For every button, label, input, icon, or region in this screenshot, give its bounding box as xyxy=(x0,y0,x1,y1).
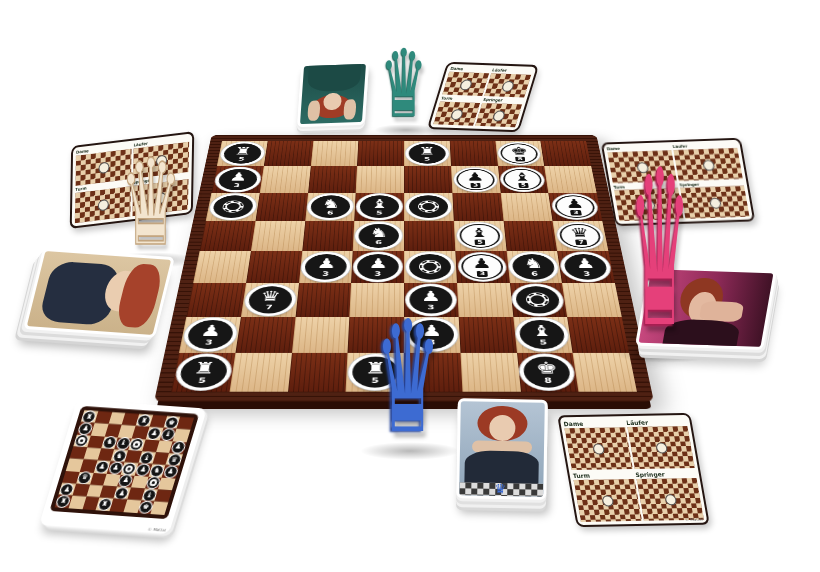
board-square[interactable]: ♚8 xyxy=(495,141,544,166)
board-square[interactable]: ♞6 xyxy=(353,221,404,251)
wheel-icon xyxy=(77,437,86,444)
queen-token[interactable]: ♛7 xyxy=(558,224,603,248)
token-value: 7 xyxy=(265,304,273,310)
piece-glyph: ♜ xyxy=(100,501,108,508)
board-square[interactable]: ♟3 xyxy=(455,251,509,283)
piece-glyph: ♟ xyxy=(98,463,106,470)
board-square[interactable] xyxy=(288,353,348,392)
queen-token: ♛ xyxy=(167,454,181,466)
rook-token[interactable]: ♜5 xyxy=(409,143,446,163)
piece-glyph: ♟ xyxy=(122,477,130,484)
piece-glyph: ♜ xyxy=(140,417,148,424)
piece-glyph: ♟ xyxy=(112,464,120,471)
character-card-deck-bottom[interactable]: ♛ xyxy=(456,398,548,500)
token-value: 3 xyxy=(583,271,591,277)
piece-glyph: ♞ xyxy=(321,198,340,210)
board-square xyxy=(154,490,171,503)
token-value: 8 xyxy=(544,377,552,384)
token-value: 6 xyxy=(327,210,334,215)
piece-glyph: ♝ xyxy=(119,440,127,447)
board-square[interactable] xyxy=(235,317,295,353)
board-square[interactable]: ♟3 xyxy=(451,166,500,193)
token-value: 3 xyxy=(477,271,488,277)
bishop-token[interactable]: ♝5 xyxy=(503,169,544,190)
board-square[interactable] xyxy=(562,283,622,317)
board-square[interactable] xyxy=(460,353,520,392)
token-value: 3 xyxy=(322,271,329,277)
board-square[interactable] xyxy=(264,141,313,166)
piece-glyph: ♞ xyxy=(105,439,113,446)
board-square xyxy=(177,417,194,430)
piece-glyph: ♜ xyxy=(418,146,436,157)
piece-glyph: ♜ xyxy=(85,413,93,420)
pawn-token[interactable]: ♟3 xyxy=(554,196,597,219)
board-square[interactable] xyxy=(458,317,516,353)
token-value: 8 xyxy=(515,157,525,162)
knight-token[interactable]: ♞6 xyxy=(512,254,557,279)
knight-move-diagram xyxy=(636,478,704,521)
board-square[interactable] xyxy=(457,283,513,317)
token-value: 5 xyxy=(376,210,383,215)
board-square[interactable] xyxy=(452,193,503,221)
piece-glyph: ♟ xyxy=(368,257,388,270)
piece-glyph: ♝ xyxy=(469,226,489,239)
piece-glyph: ♟ xyxy=(118,490,126,497)
copyright-text: © Mattel xyxy=(147,527,166,533)
board-square[interactable]: ♝5 xyxy=(454,221,507,251)
piece-glyph: ♛ xyxy=(259,289,281,303)
pawn-token[interactable]: ♟3 xyxy=(357,254,399,279)
pawn-token[interactable]: ♟3 xyxy=(217,169,259,190)
board-square[interactable]: ♟3 xyxy=(351,251,404,283)
wheel-icon xyxy=(526,292,551,306)
board-square[interactable] xyxy=(509,283,567,317)
king-token[interactable]: ♚8 xyxy=(500,143,539,163)
rook-move-diagram xyxy=(574,479,642,522)
piece-glyph: ♚ xyxy=(167,419,175,426)
piece-glyph: ♟ xyxy=(81,425,89,432)
pawn-token[interactable]: ♟3 xyxy=(304,254,347,279)
token-value: 3 xyxy=(374,271,381,277)
bishop-token[interactable]: ♝5 xyxy=(459,224,501,248)
board-square[interactable]: ♛7 xyxy=(241,283,299,317)
piece-glyph: ♟ xyxy=(174,444,182,451)
board-square[interactable]: ♚8 xyxy=(517,353,579,392)
board-square[interactable] xyxy=(541,141,592,166)
board-square[interactable] xyxy=(291,317,349,353)
piece-glyph: ♞ xyxy=(115,452,123,459)
board-square[interactable]: ♜5 xyxy=(217,141,268,166)
token-value: 7 xyxy=(576,240,588,246)
board-square[interactable] xyxy=(500,193,552,221)
board-square[interactable] xyxy=(302,221,355,251)
pawn-token: ♟ xyxy=(163,466,177,478)
token-value: 5 xyxy=(539,339,547,346)
board-square[interactable] xyxy=(310,141,358,166)
pawn-token[interactable]: ♟3 xyxy=(456,169,496,190)
queens-gambit-game-scene: ♜5♜5♚8♟3♟3♝5♞6♝5♟3♞6♝5♛7♟3♟3♟3♞6♟3♛7♟3♟3… xyxy=(0,0,820,572)
bishop-move-diagram xyxy=(484,73,531,97)
piece-glyph: ♟ xyxy=(466,171,485,182)
piece-glyph: ♜ xyxy=(59,498,67,505)
queen-move-diagram xyxy=(564,427,632,470)
queen-token[interactable]: ♛7 xyxy=(247,286,293,313)
board-square xyxy=(158,477,175,490)
piece-glyph: ♝ xyxy=(370,198,389,210)
pawn-token[interactable]: ♟3 xyxy=(563,254,609,279)
board-square[interactable] xyxy=(404,221,455,251)
cream-queen-piece[interactable]: ♛ xyxy=(91,144,211,263)
piece-glyph: ♚ xyxy=(510,146,529,157)
token-value: 5 xyxy=(198,377,207,384)
piece-glyph: ♟ xyxy=(150,430,158,437)
king-token[interactable]: ♚8 xyxy=(523,357,573,388)
movement-reference-card-bottom-right[interactable]: Dame Läufer Turm Springer © Mattel xyxy=(557,413,710,527)
piece-glyph: ♝ xyxy=(143,454,151,461)
board-square[interactable]: ♝5 xyxy=(513,317,573,353)
knight-token[interactable]: ♞6 xyxy=(358,224,399,248)
board-square[interactable] xyxy=(229,353,291,392)
board-square[interactable] xyxy=(260,166,311,193)
piece-glyph: ♟ xyxy=(574,257,596,270)
board-square[interactable] xyxy=(251,221,305,251)
token-value: 5 xyxy=(238,157,245,162)
board-square[interactable] xyxy=(255,193,307,221)
board-square[interactable] xyxy=(404,251,457,283)
pink-queen-piece[interactable]: ♛ xyxy=(626,142,694,358)
token-value: 6 xyxy=(375,240,382,246)
setup-card-board-frame: ♜♜♚♟♟♝♞♝♟♞♝♛♟♟♟♞♟♛♟♟♟♝♜♜♚ xyxy=(50,406,200,519)
piece-glyph: ♝ xyxy=(513,171,532,182)
board-square xyxy=(151,502,168,515)
board-square[interactable]: ♝5 xyxy=(354,193,404,221)
knight-token[interactable]: ♞6 xyxy=(310,196,351,219)
bishop-token[interactable]: ♝5 xyxy=(519,320,567,349)
token-value: 3 xyxy=(205,339,213,346)
copyright-text: © Mattel xyxy=(685,517,704,522)
board-square[interactable] xyxy=(567,317,629,353)
knight-move-diagram xyxy=(475,103,522,127)
piece-glyph: ♞ xyxy=(369,226,388,239)
board-square[interactable] xyxy=(404,166,452,193)
board-square[interactable] xyxy=(503,221,557,251)
piece-glyph: ♟ xyxy=(228,171,248,182)
wheel-icon xyxy=(221,201,244,213)
token-value: 6 xyxy=(531,271,539,277)
piece-glyph: ♞ xyxy=(523,257,544,270)
board-square: ♛ xyxy=(166,453,183,466)
piece-glyph: ♟ xyxy=(316,257,337,270)
board-square: ♟ xyxy=(162,465,179,478)
piece-glyph: ♟ xyxy=(471,257,492,270)
bishop-move-diagram xyxy=(627,426,695,469)
wheel-token[interactable] xyxy=(211,196,254,219)
piece-glyph: ♚ xyxy=(142,504,150,511)
blue-queen-art-icon: ♛ xyxy=(494,482,506,495)
wheel-icon xyxy=(125,465,134,472)
piece-glyph: ♝ xyxy=(145,491,153,498)
piece-glyph: ♜ xyxy=(192,360,217,376)
piece-glyph: ♝ xyxy=(530,323,553,338)
piece-glyph: ♟ xyxy=(199,323,223,338)
token-value: 5 xyxy=(424,157,430,162)
board-square[interactable]: ♞6 xyxy=(305,193,356,221)
token-value: 3 xyxy=(233,183,240,188)
board-square xyxy=(173,429,190,442)
pawn-token[interactable]: ♟3 xyxy=(460,254,503,279)
board-square[interactable]: ♟3 xyxy=(179,317,241,353)
board-square[interactable] xyxy=(404,193,454,221)
token-value: 5 xyxy=(474,240,485,246)
card-chessboard-strip: ♛ xyxy=(459,482,543,497)
wheel-token[interactable] xyxy=(515,286,561,313)
board-square[interactable] xyxy=(246,251,302,283)
board-square[interactable]: ♛7 xyxy=(553,221,609,251)
board-square[interactable]: ♝5 xyxy=(498,166,549,193)
blue-queen-piece[interactable]: ♛ xyxy=(361,300,455,455)
piece-glyph: ♛ xyxy=(80,475,88,482)
board-square[interactable] xyxy=(356,166,404,193)
setup-card-board: ♜♜♚♟♟♝♞♝♟♞♝♛♟♟♟♞♟♛♟♟♟♝♜♜♚ xyxy=(55,410,194,515)
piece-glyph: ♟ xyxy=(166,468,174,475)
board-square[interactable]: ♟3 xyxy=(299,251,353,283)
board-square[interactable] xyxy=(295,283,351,317)
board-square[interactable] xyxy=(308,166,357,193)
wheel-token[interactable] xyxy=(409,254,451,279)
arm-shape xyxy=(308,100,321,120)
piece-glyph: ♚ xyxy=(535,360,559,376)
wheel-icon xyxy=(132,441,141,448)
board-square[interactable]: ♜5 xyxy=(171,353,235,392)
bishop-token[interactable]: ♝5 xyxy=(360,196,400,219)
board-square[interactable]: ♞6 xyxy=(506,251,562,283)
wheel-token[interactable] xyxy=(409,196,449,219)
board-square[interactable] xyxy=(206,193,260,221)
board-square[interactable] xyxy=(357,141,404,166)
card-art-bottom: ♛ xyxy=(459,401,545,496)
piece-glyph: ♞ xyxy=(153,467,161,474)
board-square[interactable]: ♟3 xyxy=(557,251,615,283)
board-square[interactable] xyxy=(544,166,596,193)
piece-glyph: ♜ xyxy=(233,146,252,157)
board-square[interactable] xyxy=(450,141,498,166)
token-value: 5 xyxy=(518,183,529,188)
piece-glyph: ♟ xyxy=(564,198,585,210)
rook-token[interactable]: ♜5 xyxy=(178,357,229,388)
piece-glyph: ♟ xyxy=(139,466,147,473)
board-square[interactable]: ♟3 xyxy=(548,193,602,221)
pawn-token: ♟ xyxy=(171,442,185,454)
board-square[interactable]: ♜5 xyxy=(404,141,451,166)
board-square[interactable] xyxy=(186,283,246,317)
piece-glyph: ♝ xyxy=(164,431,172,438)
board-square: ♟ xyxy=(169,441,186,454)
teal-queen-piece[interactable]: ♛ xyxy=(347,38,461,132)
board-square[interactable]: ♟3 xyxy=(211,166,263,193)
token-value: 3 xyxy=(570,210,581,215)
piece-glyph: ♛ xyxy=(569,226,590,239)
piece-glyph: ♛ xyxy=(170,456,178,463)
wheel-icon xyxy=(149,479,158,486)
token-value: 3 xyxy=(470,183,480,188)
rook-token[interactable]: ♜5 xyxy=(222,143,262,163)
wheel-icon xyxy=(418,201,439,213)
setup-card[interactable]: ♜♜♚♟♟♝♞♝♟♞♝♛♟♟♟♞♟♛♟♟♟♝♜♜♚ © Mattel xyxy=(39,400,207,535)
pawn-token[interactable]: ♟3 xyxy=(185,320,234,349)
wheel-icon xyxy=(419,260,441,274)
piece-glyph: ♟ xyxy=(63,486,71,493)
